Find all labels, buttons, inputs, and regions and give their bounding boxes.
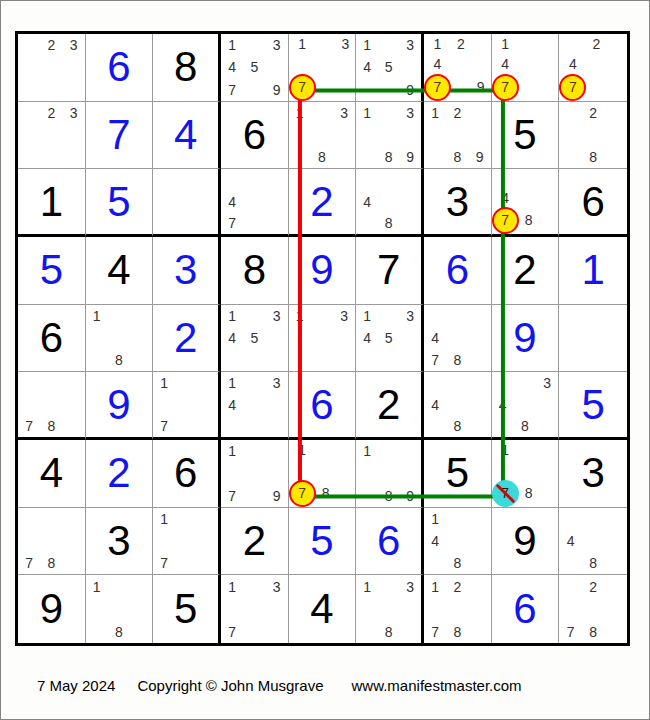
pencil-slot-9: [62, 415, 84, 437]
cell-r2c7[interactable]: 1289: [424, 102, 492, 170]
cell-r7c4[interactable]: 179: [221, 440, 289, 508]
pencil-slot-3: [468, 305, 490, 327]
pencilmarks: 28: [559, 102, 627, 169]
cell-r4c9[interactable]: 1: [559, 237, 627, 305]
pencil-slot-1: 1: [492, 440, 519, 460]
given-digit: 2: [356, 372, 421, 437]
pencil-slot-2: [378, 575, 400, 598]
cell-r4c6[interactable]: 7: [356, 237, 424, 305]
given-digit: 5: [424, 440, 491, 507]
pencil-slot-5: [378, 462, 400, 484]
pencil-slot-7: [153, 212, 175, 234]
cell-r1c6[interactable]: 13459: [356, 34, 424, 102]
pencil-slot-8: [311, 349, 333, 371]
cell-r3c4[interactable]: 47: [221, 169, 289, 237]
chain-node-candidate-7: 7: [424, 74, 451, 101]
pencil-slot-9: [538, 207, 558, 234]
pencil-slot-4: [86, 598, 108, 621]
pencil-slot-7: 7: [424, 620, 446, 643]
pencil-slot-7: [356, 349, 378, 371]
pencil-slot-6: [265, 598, 287, 621]
pencil-slot-7: [86, 620, 108, 643]
given-digit: 4: [86, 237, 153, 304]
pencil-slot-6: [265, 56, 287, 78]
cell-r5c1[interactable]: 6: [18, 305, 86, 373]
pencil-slot-9: [265, 349, 287, 371]
chain-node-candidate-7: 7: [559, 74, 586, 101]
pencil-slot-3: [130, 305, 152, 327]
pencil-slot-6: [62, 394, 84, 416]
pencil-slot-2: [40, 508, 62, 530]
cell-r2c9[interactable]: 28: [559, 102, 627, 170]
cell-r9c2[interactable]: 18: [86, 575, 154, 643]
pencil-slot-8: [40, 78, 62, 100]
cell-r7c9[interactable]: 3: [559, 440, 627, 508]
pencil-slot-6: [265, 191, 287, 213]
pencil-slot-6: [399, 462, 421, 484]
cell-r5c9[interactable]: [559, 305, 627, 373]
footer-copyright: Copyright © John Musgrave: [137, 677, 323, 694]
pencil-slot-2: [378, 305, 400, 327]
pencil-slot-6: [468, 530, 490, 552]
cell-r3c3[interactable]: [153, 169, 221, 237]
pencil-slot-5: [40, 56, 62, 78]
pencil-slot-8: 8: [40, 415, 62, 437]
pencil-slot-3: 3: [265, 372, 287, 394]
cell-r3c1[interactable]: 1: [18, 169, 86, 237]
pencil-slot-4: [289, 460, 316, 480]
solved-digit: 6: [289, 372, 356, 437]
pencil-slot-5: [108, 598, 130, 621]
pencilmarks: 12479: [424, 34, 491, 101]
pencil-slot-1: 1: [424, 575, 446, 598]
cell-r5c6[interactable]: 1345: [356, 305, 424, 373]
pencil-slot-4: [221, 598, 243, 621]
cell-r7c5[interactable]: 178: [289, 440, 357, 508]
pencil-slot-4: 4: [221, 327, 243, 349]
pencilmarks: 189: [356, 440, 421, 507]
cell-r5c7[interactable]: 478: [424, 305, 492, 373]
pencil-slot-7: 7: [153, 552, 175, 574]
pencil-slot-5: [582, 530, 605, 552]
pencilmarks: [153, 169, 218, 234]
pencil-slot-6: [399, 124, 421, 146]
pencil-slot-2: [311, 102, 333, 124]
cell-r8c4[interactable]: 2: [221, 508, 289, 576]
cell-r7c7[interactable]: 5: [424, 440, 492, 508]
cell-r8c7[interactable]: 148: [424, 508, 492, 576]
cell-r3c2[interactable]: 5: [86, 169, 154, 237]
cell-r2c6[interactable]: 1389: [356, 102, 424, 170]
solved-digit: 6: [86, 34, 153, 101]
pencil-slot-4: [18, 394, 40, 416]
pencil-slot-8: [175, 552, 197, 574]
pencil-slot-9: [62, 146, 84, 168]
cell-r2c4[interactable]: 6: [221, 102, 289, 170]
pencilmarks: 1345: [356, 305, 421, 372]
pencil-slot-3: [468, 575, 490, 598]
pencil-slot-7: 7: [424, 74, 451, 101]
given-digit: 2: [221, 508, 288, 575]
pencil-slot-5: 5: [243, 56, 265, 78]
pencil-slot-4: 4: [424, 54, 451, 74]
pencil-slot-9: [468, 552, 490, 574]
pencil-slot-7: 7: [492, 207, 519, 234]
pencil-slot-1: 1: [356, 102, 378, 124]
cell-r6c1[interactable]: 78: [18, 372, 86, 440]
pencil-slot-8: 8: [316, 480, 336, 507]
cell-r8c1[interactable]: 78: [18, 508, 86, 576]
pencil-slot-8: 8: [446, 552, 468, 574]
cell-r2c5[interactable]: 138: [289, 102, 357, 170]
pencil-slot-5: [378, 124, 400, 146]
pencil-slot-4: 4: [424, 530, 446, 552]
pencil-slot-8: [582, 349, 605, 371]
cell-r1c4[interactable]: 134579: [221, 34, 289, 102]
pencil-slot-5: [378, 191, 400, 213]
cell-r3c5[interactable]: 2: [289, 169, 357, 237]
pencil-slot-9: [607, 74, 627, 101]
cell-r6c9[interactable]: 5: [559, 372, 627, 440]
pencil-slot-6: [399, 327, 421, 349]
pencil-slot-4: [424, 598, 446, 621]
pencil-slot-2: 2: [40, 102, 62, 124]
pencil-slot-9: [265, 212, 287, 234]
cell-r6c4[interactable]: 134: [221, 372, 289, 440]
given-digit: 6: [221, 102, 288, 169]
pencil-slot-3: [468, 102, 490, 124]
solved-digit: 6: [424, 237, 491, 304]
pencil-slot-6: [333, 124, 355, 146]
pencil-slot-3: [62, 508, 84, 530]
cell-r8c2[interactable]: 3: [86, 508, 154, 576]
cell-r6c2[interactable]: 9: [86, 372, 154, 440]
pencil-slot-8: 8: [311, 146, 333, 168]
pencil-slot-2: 2: [446, 575, 468, 598]
pencilmarks: 13459: [356, 34, 421, 101]
pencil-slot-3: [538, 440, 558, 460]
pencil-slot-1: 1: [221, 440, 243, 462]
pencil-slot-8: [175, 415, 197, 437]
cell-r5c8[interactable]: 9: [492, 305, 560, 373]
pencilmarks: 78: [18, 372, 85, 437]
cell-r1c5[interactable]: 137: [289, 34, 357, 102]
pencil-slot-9: [333, 349, 355, 371]
pencil-slot-4: 4: [221, 394, 243, 416]
cell-r6c7[interactable]: 48: [424, 372, 492, 440]
pencil-slot-5: [519, 54, 539, 74]
pencil-slot-6: [335, 54, 355, 74]
pencil-slot-9: 9: [471, 74, 491, 101]
pencil-slot-7: 7: [221, 78, 243, 100]
pencilmarks: 17: [153, 508, 218, 575]
pencil-slot-3: [399, 440, 421, 462]
pencil-slot-6: [468, 598, 490, 621]
cell-r5c5[interactable]: 13: [289, 305, 357, 373]
cell-r2c8[interactable]: 5: [492, 102, 560, 170]
pencil-slot-7: [356, 146, 378, 168]
cell-r9c5[interactable]: 4: [289, 575, 357, 643]
pencil-slot-9: [468, 620, 490, 643]
cell-r1c1[interactable]: 23: [18, 34, 86, 102]
pencil-slot-5: [519, 188, 539, 207]
cell-r9c7[interactable]: 1278: [424, 575, 492, 643]
pencil-slot-7: 7: [289, 480, 316, 507]
pencil-slot-5: [446, 124, 468, 146]
pencil-slot-4: [492, 460, 519, 480]
cell-r7c1[interactable]: 4: [18, 440, 86, 508]
pencil-slot-6: [536, 394, 558, 416]
pencil-slot-4: 4: [492, 54, 519, 74]
cell-r7c8[interactable]: 178: [492, 440, 560, 508]
pencil-slot-1: 1: [289, 102, 311, 124]
pencil-slot-7: [221, 415, 243, 437]
cell-r8c5[interactable]: 5: [289, 508, 357, 576]
pencil-slot-3: [196, 508, 218, 530]
pencil-slot-3: [265, 440, 287, 462]
pencil-slot-7: [18, 78, 40, 100]
pencil-slot-2: [311, 305, 333, 327]
pencil-slot-6: [265, 327, 287, 349]
given-digit: 6: [153, 440, 218, 507]
pencil-slot-5: [446, 530, 468, 552]
pencil-slot-9: [335, 74, 355, 101]
pencil-slot-7: 7: [424, 349, 446, 371]
cell-r1c2[interactable]: 6: [86, 34, 154, 102]
pencil-slot-2: [316, 34, 336, 54]
pencil-slot-3: [604, 575, 627, 598]
pencil-slot-8: 8: [446, 146, 468, 168]
cell-r1c8[interactable]: 147: [492, 34, 560, 102]
cell-r6c6[interactable]: 2: [356, 372, 424, 440]
pencil-slot-5: [175, 191, 197, 213]
pencil-slot-2: [378, 34, 400, 56]
cell-r3c9[interactable]: 6: [559, 169, 627, 237]
pencil-slot-6: [468, 394, 490, 416]
pencil-slot-9: [604, 620, 627, 643]
cell-r4c4[interactable]: 8: [221, 237, 289, 305]
solved-digit: 5: [289, 508, 356, 575]
pencil-slot-1: 1: [221, 575, 243, 598]
pencil-slot-2: [378, 102, 400, 124]
cell-r5c3[interactable]: 2: [153, 305, 221, 373]
solved-digit: 5: [559, 372, 627, 437]
cell-r8c8[interactable]: 9: [492, 508, 560, 576]
pencil-slot-4: [289, 54, 316, 74]
pencil-slot-1: [492, 372, 514, 394]
pencilmarks: 1389: [356, 102, 421, 169]
pencil-slot-8: 8: [519, 480, 539, 507]
cell-r9c9[interactable]: 278: [559, 575, 627, 643]
pencil-slot-4: [18, 530, 40, 552]
pencil-slot-7: [559, 552, 582, 574]
pencil-slot-3: [604, 305, 627, 327]
pencil-slot-2: 2: [446, 102, 468, 124]
pencil-slot-4: [559, 124, 582, 146]
sudoku-board: 2368134579137134591247914724723746138138…: [15, 31, 630, 646]
cell-r4c5[interactable]: 9: [289, 237, 357, 305]
pencil-slot-8: 8: [446, 415, 468, 437]
pencil-slot-1: [559, 102, 582, 124]
given-digit: 3: [559, 440, 627, 507]
cell-r3c7[interactable]: 3: [424, 169, 492, 237]
pencil-slot-4: 4: [356, 327, 378, 349]
pencil-slot-3: 3: [265, 34, 287, 56]
pencil-slot-5: [175, 530, 197, 552]
pencil-slot-3: [265, 169, 287, 191]
pencil-slot-8: 8: [108, 349, 130, 371]
pencilmarks: 48: [424, 372, 491, 437]
cell-r8c9[interactable]: 48: [559, 508, 627, 576]
pencil-slot-3: [607, 34, 627, 54]
cell-r8c3[interactable]: 17: [153, 508, 221, 576]
pencil-slot-8: [586, 74, 606, 101]
cell-r5c2[interactable]: 18: [86, 305, 154, 373]
cell-r6c5[interactable]: 6: [289, 372, 357, 440]
pencilmarks: 78: [18, 508, 85, 575]
pencil-slot-9: 9: [399, 484, 421, 506]
pencil-slot-4: [153, 530, 175, 552]
cell-r4c2[interactable]: 4: [86, 237, 154, 305]
pencil-slot-9: [62, 78, 84, 100]
pencil-slot-5: [446, 327, 468, 349]
pencil-slot-9: [538, 480, 558, 507]
pencil-slot-5: [243, 394, 265, 416]
pencil-slot-5: [582, 327, 605, 349]
pencilmarks: 48: [559, 508, 627, 575]
cell-r4c3[interactable]: 3: [153, 237, 221, 305]
pencil-slot-3: 3: [399, 575, 421, 598]
pencil-slot-7: [424, 552, 446, 574]
cell-r2c2[interactable]: 7: [86, 102, 154, 170]
pencil-slot-5: [446, 394, 468, 416]
pencil-slot-9: [399, 212, 421, 234]
cell-r8c6[interactable]: 6: [356, 508, 424, 576]
pencil-slot-9: [538, 74, 558, 101]
pencil-slot-9: 9: [468, 146, 490, 168]
solved-digit: 2: [289, 169, 356, 234]
cell-r1c3[interactable]: 8: [153, 34, 221, 102]
pencil-slot-1: 1: [289, 440, 316, 460]
pencilmarks: 348: [492, 372, 559, 437]
sudoku-grid: 2368134579137134591247914724723746138138…: [15, 31, 630, 646]
cell-r7c6[interactable]: 189: [356, 440, 424, 508]
pencil-slot-5: [586, 54, 606, 74]
cell-r6c3[interactable]: 17: [153, 372, 221, 440]
cell-r2c1[interactable]: 23: [18, 102, 86, 170]
pencil-slot-8: 8: [108, 620, 130, 643]
cell-r1c7[interactable]: 12479: [424, 34, 492, 102]
cell-r7c2[interactable]: 2: [86, 440, 154, 508]
pencil-slot-2: [243, 575, 265, 598]
pencil-slot-7: [356, 484, 378, 506]
pencil-slot-8: [451, 74, 471, 101]
cell-r9c8[interactable]: 6: [492, 575, 560, 643]
cell-r3c6[interactable]: 48: [356, 169, 424, 237]
pencil-slot-7: 7: [18, 415, 40, 437]
pencil-slot-1: [492, 169, 519, 188]
pencil-slot-1: [221, 169, 243, 191]
pencil-slot-1: [18, 508, 40, 530]
given-digit: 9: [492, 508, 559, 575]
pencil-slot-1: 1: [356, 34, 378, 56]
pencilmarks: 13: [289, 305, 356, 372]
pencil-slot-9: [604, 146, 627, 168]
pencil-slot-5: [446, 598, 468, 621]
solved-digit: 3: [153, 237, 218, 304]
pencil-slot-1: 1: [221, 372, 243, 394]
given-digit: 5: [492, 102, 559, 169]
pencil-slot-2: [446, 508, 468, 530]
pencilmarks: 179: [221, 440, 288, 507]
pencil-slot-2: [108, 575, 130, 598]
pencil-slot-1: 1: [289, 305, 311, 327]
pencil-slot-6: [538, 188, 558, 207]
given-digit: 6: [18, 305, 85, 372]
pencil-slot-1: 1: [221, 305, 243, 327]
pencil-slot-8: [175, 212, 197, 234]
pencil-slot-9: [265, 415, 287, 437]
pencil-slot-3: 3: [399, 34, 421, 56]
cell-r5c4[interactable]: 1345: [221, 305, 289, 373]
solved-digit: 9: [86, 372, 153, 437]
pencil-slot-3: [468, 508, 490, 530]
pencil-slot-3: [130, 575, 152, 598]
pencil-slot-9: 9: [399, 78, 421, 100]
pencil-slot-8: 8: [378, 484, 400, 506]
pencil-slot-2: [514, 372, 536, 394]
pencil-slot-9: [196, 415, 218, 437]
footer: 7 May 2024Copyright © John Musgravewww.m…: [37, 677, 522, 694]
pencil-slot-2: [519, 34, 539, 54]
pencil-slot-3: 3: [536, 372, 558, 394]
pencil-slot-1: 1: [153, 372, 175, 394]
cell-r9c4[interactable]: 137: [221, 575, 289, 643]
pencil-slot-9: [468, 415, 490, 437]
pencil-slot-2: [446, 372, 468, 394]
pencil-slot-8: 8: [446, 620, 468, 643]
pencil-slot-3: 3: [333, 102, 355, 124]
pencil-slot-3: 3: [62, 34, 84, 56]
pencil-slot-7: [221, 349, 243, 371]
pencil-slot-2: [243, 34, 265, 56]
pencil-slot-4: [289, 124, 311, 146]
pencil-slot-6: [265, 462, 287, 484]
cell-r2c3[interactable]: 4: [153, 102, 221, 170]
cell-r4c1[interactable]: 5: [18, 237, 86, 305]
cell-r9c3[interactable]: 5: [153, 575, 221, 643]
cell-r9c1[interactable]: 9: [18, 575, 86, 643]
pencil-slot-7: 7: [492, 480, 519, 507]
cell-r3c8[interactable]: 478: [492, 169, 560, 237]
pencil-slot-1: 1: [289, 34, 316, 54]
pencil-slot-3: [468, 372, 490, 394]
pencil-slot-4: [18, 56, 40, 78]
pencil-slot-1: [559, 34, 586, 54]
chain-node-candidate-7: 7: [492, 207, 519, 234]
cell-r4c8[interactable]: 2: [492, 237, 560, 305]
cell-r4c7[interactable]: 6: [424, 237, 492, 305]
cell-r7c3[interactable]: 6: [153, 440, 221, 508]
cell-r6c8[interactable]: 348: [492, 372, 560, 440]
pencil-slot-5: [582, 124, 605, 146]
pencil-slot-6: [604, 530, 627, 552]
cell-r9c6[interactable]: 138: [356, 575, 424, 643]
pencil-slot-2: [243, 372, 265, 394]
pencilmarks: 1278: [424, 575, 491, 643]
cell-r1c9[interactable]: 247: [559, 34, 627, 102]
pencil-slot-8: 8: [446, 349, 468, 371]
